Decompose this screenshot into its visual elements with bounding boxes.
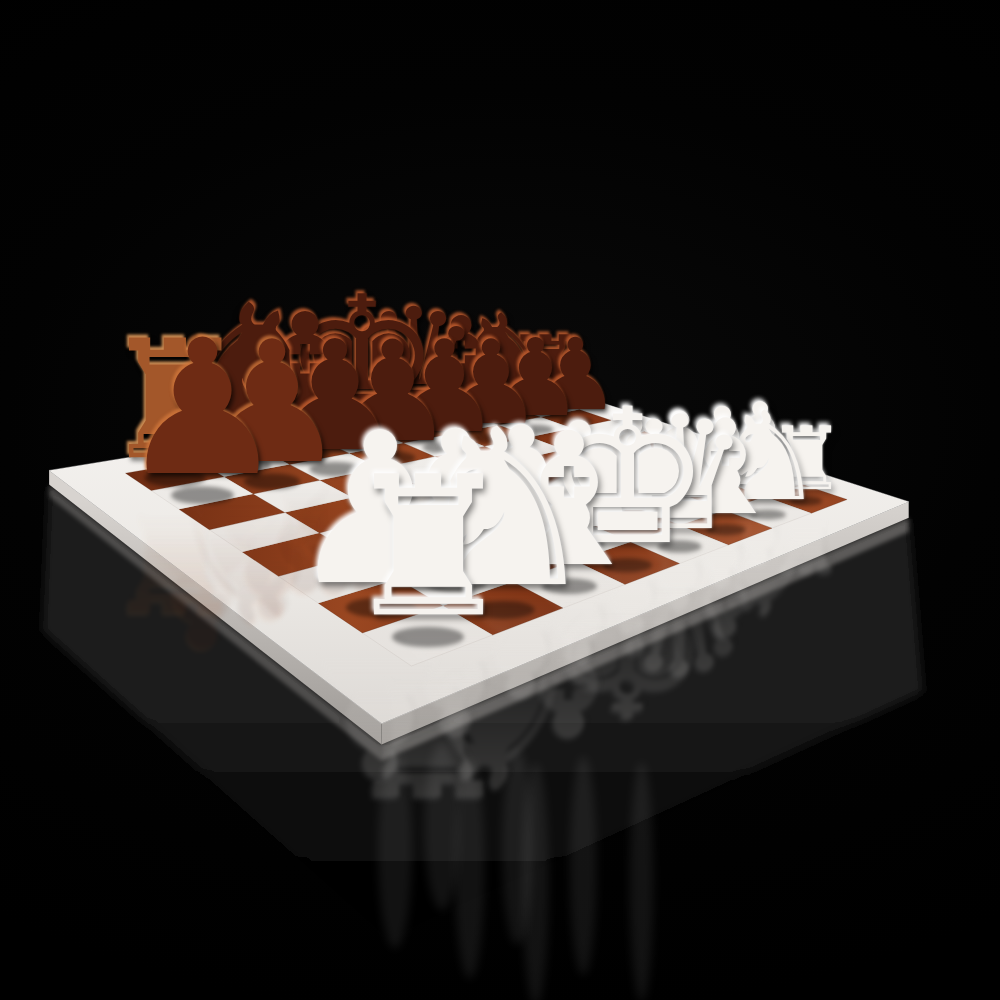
piece-brown-pawn-h7[interactable]: ♟ bbox=[109, 315, 296, 502]
piece-floor-streak bbox=[630, 762, 653, 1000]
piece-white-rook-h1[interactable]: ♜ bbox=[332, 451, 525, 644]
chessboard-photo: ♜♜♞♞♟♟♝♝♟♟♛♛♟♟♚♚♟♟♝♝♟♟♞♞♟♟♜♜♟♟♟♟♟♟♟♟♜♜♟♟… bbox=[0, 0, 1000, 1000]
